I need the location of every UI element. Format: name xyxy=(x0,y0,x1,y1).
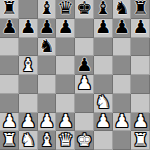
square-f7[interactable]: ♟ xyxy=(94,19,113,38)
white-bishop: ♝ xyxy=(20,56,36,73)
square-f8[interactable]: ♝ xyxy=(94,0,113,19)
square-h8[interactable]: ♜ xyxy=(131,0,150,19)
white-king: ♚ xyxy=(76,131,92,148)
black-rook: ♜ xyxy=(133,0,149,17)
white-pawn: ♟ xyxy=(1,113,17,130)
square-c5[interactable] xyxy=(38,56,57,75)
black-pawn: ♟ xyxy=(133,19,149,36)
chess-board: ♜♝♛♚♝♞♜♟♟♟♟♟♟♟♞♝♟♟♞♟♟♟♟♟♟♟♜♞♝♛♚♜ xyxy=(0,0,150,150)
square-c7[interactable]: ♟ xyxy=(38,19,57,38)
black-pawn: ♟ xyxy=(95,19,111,36)
square-f1[interactable] xyxy=(94,131,113,150)
black-pawn: ♟ xyxy=(20,19,36,36)
white-bishop: ♝ xyxy=(39,131,55,148)
white-rook: ♜ xyxy=(133,131,149,148)
black-bishop: ♝ xyxy=(39,0,55,17)
square-e6[interactable] xyxy=(75,38,94,57)
square-g6[interactable] xyxy=(113,38,132,57)
white-pawn: ♟ xyxy=(20,113,36,130)
black-knight: ♞ xyxy=(39,38,55,55)
square-f6[interactable] xyxy=(94,38,113,57)
black-pawn: ♟ xyxy=(1,19,17,36)
square-g7[interactable]: ♟ xyxy=(113,19,132,38)
square-b7[interactable]: ♟ xyxy=(19,19,38,38)
square-g2[interactable]: ♟ xyxy=(113,113,132,132)
square-c6[interactable]: ♞ xyxy=(38,38,57,57)
black-knight: ♞ xyxy=(114,0,130,17)
square-a3[interactable] xyxy=(0,94,19,113)
black-queen: ♛ xyxy=(58,0,74,17)
square-f4[interactable] xyxy=(94,75,113,94)
black-pawn: ♟ xyxy=(76,56,92,73)
square-a6[interactable] xyxy=(0,38,19,57)
white-pawn: ♟ xyxy=(133,113,149,130)
square-b4[interactable] xyxy=(19,75,38,94)
square-d4[interactable] xyxy=(56,75,75,94)
white-knight: ♞ xyxy=(20,131,36,148)
square-e5[interactable]: ♟ xyxy=(75,56,94,75)
square-b3[interactable] xyxy=(19,94,38,113)
square-a8[interactable]: ♜ xyxy=(0,0,19,19)
square-a2[interactable]: ♟ xyxy=(0,113,19,132)
square-g5[interactable] xyxy=(113,56,132,75)
square-b6[interactable] xyxy=(19,38,38,57)
white-pawn: ♟ xyxy=(76,75,92,92)
square-e8[interactable]: ♚ xyxy=(75,0,94,19)
square-g4[interactable] xyxy=(113,75,132,94)
square-h2[interactable]: ♟ xyxy=(131,113,150,132)
square-h4[interactable] xyxy=(131,75,150,94)
square-e4[interactable]: ♟ xyxy=(75,75,94,94)
square-f5[interactable] xyxy=(94,56,113,75)
white-knight: ♞ xyxy=(95,94,111,111)
square-d2[interactable]: ♟ xyxy=(56,113,75,132)
square-a7[interactable]: ♟ xyxy=(0,19,19,38)
black-pawn: ♟ xyxy=(58,19,74,36)
square-d1[interactable]: ♛ xyxy=(56,131,75,150)
square-b5[interactable]: ♝ xyxy=(19,56,38,75)
black-rook: ♜ xyxy=(1,0,17,17)
square-h7[interactable]: ♟ xyxy=(131,19,150,38)
square-d6[interactable] xyxy=(56,38,75,57)
square-d7[interactable]: ♟ xyxy=(56,19,75,38)
square-a1[interactable]: ♜ xyxy=(0,131,19,150)
square-a4[interactable] xyxy=(0,75,19,94)
square-g1[interactable] xyxy=(113,131,132,150)
square-e2[interactable] xyxy=(75,113,94,132)
square-c8[interactable]: ♝ xyxy=(38,0,57,19)
square-f2[interactable]: ♟ xyxy=(94,113,113,132)
square-b2[interactable]: ♟ xyxy=(19,113,38,132)
square-h6[interactable] xyxy=(131,38,150,57)
black-king: ♚ xyxy=(76,0,92,17)
square-h3[interactable] xyxy=(131,94,150,113)
square-c3[interactable] xyxy=(38,94,57,113)
square-b8[interactable] xyxy=(19,0,38,19)
square-b1[interactable]: ♞ xyxy=(19,131,38,150)
black-pawn: ♟ xyxy=(39,19,55,36)
square-f3[interactable]: ♞ xyxy=(94,94,113,113)
square-d8[interactable]: ♛ xyxy=(56,0,75,19)
square-e7[interactable] xyxy=(75,19,94,38)
white-pawn: ♟ xyxy=(39,113,55,130)
white-queen: ♛ xyxy=(58,131,74,148)
square-c1[interactable]: ♝ xyxy=(38,131,57,150)
black-bishop: ♝ xyxy=(95,0,111,17)
square-h1[interactable]: ♜ xyxy=(131,131,150,150)
square-e1[interactable]: ♚ xyxy=(75,131,94,150)
white-pawn: ♟ xyxy=(95,113,111,130)
square-c4[interactable] xyxy=(38,75,57,94)
square-e3[interactable] xyxy=(75,94,94,113)
white-pawn: ♟ xyxy=(114,113,130,130)
square-g8[interactable]: ♞ xyxy=(113,0,132,19)
black-pawn: ♟ xyxy=(114,19,130,36)
square-d5[interactable] xyxy=(56,56,75,75)
square-h5[interactable] xyxy=(131,56,150,75)
square-a5[interactable] xyxy=(0,56,19,75)
square-d3[interactable] xyxy=(56,94,75,113)
square-g3[interactable] xyxy=(113,94,132,113)
white-pawn: ♟ xyxy=(58,113,74,130)
square-c2[interactable]: ♟ xyxy=(38,113,57,132)
white-rook: ♜ xyxy=(1,131,17,148)
